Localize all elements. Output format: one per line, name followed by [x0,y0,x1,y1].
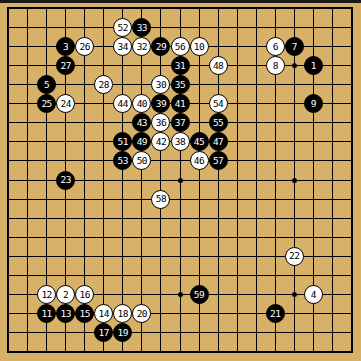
go-stone-white-move-38[interactable]: 38 [171,132,190,151]
go-stone-white-move-46[interactable]: 46 [190,151,209,170]
go-stone-white-move-54[interactable]: 54 [209,94,228,113]
go-stone-white-move-48[interactable]: 48 [209,56,228,75]
go-stone-black-move-35[interactable]: 35 [171,75,190,94]
go-stone-white-move-58[interactable]: 58 [151,190,170,209]
go-stone-black-move-31[interactable]: 31 [171,56,190,75]
go-stone-white-move-14[interactable]: 14 [94,304,113,323]
go-stone-black-move-21[interactable]: 21 [266,304,285,323]
go-stone-white-move-2[interactable]: 2 [56,285,75,304]
window-top-edge-strip [0,0,361,3]
grid-line-horizontal [9,332,352,333]
star-point [178,178,183,183]
grid-line-vertical [237,9,238,352]
go-stone-black-move-1[interactable]: 1 [304,56,323,75]
go-stone-black-move-57[interactable]: 57 [209,151,228,170]
star-point [292,178,297,183]
star-point [292,292,297,297]
go-stone-black-move-55[interactable]: 55 [209,113,228,132]
go-stone-white-move-10[interactable]: 10 [190,37,209,56]
go-stone-black-move-47[interactable]: 47 [209,132,228,151]
go-board[interactable]: 1234567891011121314151617181920212223242… [0,0,361,361]
grid-line-horizontal [9,275,352,276]
go-stone-black-move-41[interactable]: 41 [171,94,190,113]
go-stone-white-move-6[interactable]: 6 [266,37,285,56]
grid-line-vertical [256,9,257,352]
star-point [292,63,297,68]
go-stone-white-move-56[interactable]: 56 [171,37,190,56]
go-stone-white-move-22[interactable]: 22 [285,247,304,266]
go-stone-black-move-13[interactable]: 13 [56,304,75,323]
star-point [178,292,183,297]
go-stone-black-move-45[interactable]: 45 [190,132,209,151]
go-stone-black-move-7[interactable]: 7 [285,37,304,56]
go-stone-black-move-15[interactable]: 15 [75,304,94,323]
grid-line-horizontal [9,237,352,238]
go-stone-black-move-59[interactable]: 59 [190,285,209,304]
go-stone-black-move-37[interactable]: 37 [171,113,190,132]
go-stone-white-move-4[interactable]: 4 [304,285,323,304]
go-stone-black-move-23[interactable]: 23 [56,171,75,190]
go-diagram-screenshot: 1234567891011121314151617181920212223242… [0,0,361,361]
go-stone-white-move-16[interactable]: 16 [75,285,94,304]
grid-line-vertical [332,9,333,352]
grid-line-horizontal [9,199,352,200]
go-stone-black-move-9[interactable]: 9 [304,94,323,113]
go-stone-white-move-8[interactable]: 8 [266,56,285,75]
grid-line-horizontal [9,218,352,219]
go-stone-white-move-12[interactable]: 12 [37,285,56,304]
go-stone-black-move-11[interactable]: 11 [37,304,56,323]
